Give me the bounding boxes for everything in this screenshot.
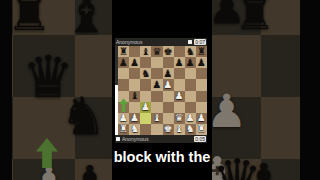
piece-bP-b7[interactable]: ♟: [129, 57, 140, 68]
piece-bB-b4[interactable]: ♝: [129, 91, 140, 102]
square-h5[interactable]: [196, 79, 207, 90]
piece-bP-a7[interactable]: ♟: [118, 57, 129, 68]
top-indicator-icon: [188, 40, 192, 44]
piece-wB-f1[interactable]: ♝: [174, 124, 185, 135]
left-black-bar: [0, 0, 12, 180]
piece-wB-d2[interactable]: ♝: [151, 113, 162, 124]
chess-board[interactable]: ♜♝♛♚♞♜♟♟♟♟♟♞♟♟♟♝♟♟♟♟♝♛♟♟♜♞♚♝♞♜: [118, 46, 207, 135]
piece-wN-b1[interactable]: ♞: [129, 124, 140, 135]
piece-bN-c6[interactable]: ♞: [140, 68, 151, 79]
square-d7[interactable]: [151, 57, 162, 68]
caption-text: block with the: [106, 149, 218, 165]
piece-wP-f4[interactable]: ♟: [174, 91, 185, 102]
square-a5[interactable]: [118, 79, 129, 90]
video-frame: ♜♝♟♜♛♞♟♟♟♝♛♟ Anonymous 0:07 ♜♝♛♚♞♜♟♟♟♟♟♞…: [0, 0, 320, 180]
piece-wN-g1[interactable]: ♞: [185, 124, 196, 135]
square-f4[interactable]: ♟: [174, 91, 185, 102]
square-g6[interactable]: [185, 68, 196, 79]
piece-wR-a1[interactable]: ♜: [118, 124, 129, 135]
square-b6[interactable]: [129, 68, 140, 79]
piece-bP-e6[interactable]: ♟: [163, 68, 174, 79]
square-b1[interactable]: ♞: [129, 124, 140, 135]
square-b8[interactable]: [129, 46, 140, 57]
square-b5[interactable]: [129, 79, 140, 90]
square-d5[interactable]: ♟: [151, 79, 162, 90]
top-player-name: Anonymous: [116, 38, 186, 46]
square-h7[interactable]: ♟: [196, 57, 207, 68]
square-h4[interactable]: [196, 91, 207, 102]
square-c5[interactable]: [140, 79, 151, 90]
piece-bP-h7[interactable]: ♟: [196, 57, 207, 68]
square-a7[interactable]: ♟: [118, 57, 129, 68]
square-b4[interactable]: ♝: [129, 91, 140, 102]
square-g8[interactable]: ♞: [185, 46, 196, 57]
piece-bP-d5[interactable]: ♟: [151, 79, 162, 90]
bottom-player-name: Anonymous: [122, 135, 192, 143]
top-player-bar: Anonymous 0:07: [115, 38, 207, 46]
square-f6[interactable]: [174, 68, 185, 79]
square-e1[interactable]: ♚: [163, 124, 174, 135]
square-e5[interactable]: ♟: [163, 79, 174, 90]
piece-bB-c8[interactable]: ♝: [140, 46, 151, 57]
square-g7[interactable]: ♟: [185, 57, 196, 68]
square-c3[interactable]: ♟: [140, 102, 151, 113]
piece-bQ-d8[interactable]: ♛: [151, 46, 162, 57]
square-d8[interactable]: ♛: [151, 46, 162, 57]
square-f7[interactable]: ♟: [174, 57, 185, 68]
square-f1[interactable]: ♝: [174, 124, 185, 135]
square-c2[interactable]: [140, 113, 151, 124]
square-a8[interactable]: ♜: [118, 46, 129, 57]
square-f8[interactable]: [174, 46, 185, 57]
piece-bP-g7[interactable]: ♟: [185, 57, 196, 68]
square-c8[interactable]: ♝: [140, 46, 151, 57]
piece-bR-a8[interactable]: ♜: [118, 46, 129, 57]
square-a6[interactable]: [118, 68, 129, 79]
bottom-indicator-icon: [116, 137, 120, 141]
piece-wP-c3[interactable]: ♟: [140, 102, 151, 113]
square-b7[interactable]: ♟: [129, 57, 140, 68]
square-c1[interactable]: [140, 124, 151, 135]
piece-bK-e8[interactable]: ♚: [163, 46, 174, 57]
square-e4[interactable]: [163, 91, 174, 102]
square-d1[interactable]: [151, 124, 162, 135]
lichess-board-panel: Anonymous 0:07 ♜♝♛♚♞♜♟♟♟♟♟♞♟♟♟♝♟♟♟♟♝♛♟♟♜…: [115, 38, 207, 143]
piece-bP-f7[interactable]: ♟: [174, 57, 185, 68]
square-g1[interactable]: ♞: [185, 124, 196, 135]
square-d2[interactable]: ♝: [151, 113, 162, 124]
square-e8[interactable]: ♚: [163, 46, 174, 57]
square-c4[interactable]: [140, 91, 151, 102]
square-c6[interactable]: ♞: [140, 68, 151, 79]
square-g4[interactable]: [185, 91, 196, 102]
square-e7[interactable]: [163, 57, 174, 68]
square-h8[interactable]: ♜: [196, 46, 207, 57]
right-black-bar: [300, 0, 320, 180]
piece-wK-e1[interactable]: ♚: [163, 124, 174, 135]
square-d6[interactable]: [151, 68, 162, 79]
square-g5[interactable]: [185, 79, 196, 90]
square-e6[interactable]: ♟: [163, 68, 174, 79]
square-c7[interactable]: [140, 57, 151, 68]
bottom-player-bar: Anonymous 0:05: [115, 135, 207, 143]
square-f5[interactable]: [174, 79, 185, 90]
piece-bN-g8[interactable]: ♞: [185, 46, 196, 57]
square-a1[interactable]: ♜: [118, 124, 129, 135]
square-d4[interactable]: [151, 91, 162, 102]
square-e3[interactable]: [163, 102, 174, 113]
piece-wR-h1[interactable]: ♜: [196, 124, 207, 135]
top-clock: 0:07: [194, 39, 206, 45]
video-strip: Anonymous 0:07 ♜♝♛♚♞♜♟♟♟♟♟♞♟♟♟♝♟♟♟♟♝♛♟♟♜…: [112, 0, 212, 180]
square-h6[interactable]: [196, 68, 207, 79]
square-h1[interactable]: ♜: [196, 124, 207, 135]
piece-bR-h8[interactable]: ♜: [196, 46, 207, 57]
piece-wP-e5[interactable]: ♟: [163, 79, 174, 90]
bottom-clock: 0:05: [194, 136, 206, 142]
